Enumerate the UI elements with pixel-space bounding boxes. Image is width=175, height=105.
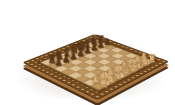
piece-white-rook: ♜ [143,53,161,64]
scene: ♜♞♝♛♚♝♞♜♟♟♟♟♟♟♟♟♟♟♟♟♟♟♟♟♜♞♝♛♚♝♞♜ [0,0,175,105]
square-g3 [118,56,132,62]
carved-border: ♜♞♝♛♚♝♞♜♟♟♟♟♟♟♟♟♟♟♟♟♟♟♟♟♜♞♝♛♚♝♞♜ [22,34,169,100]
square-a8: ♜ [41,59,55,65]
chess-board: ♜♞♝♛♚♝♞♜♟♟♟♟♟♟♟♟♟♟♟♟♟♟♟♟♜♞♝♛♚♝♞♜ [22,34,169,100]
